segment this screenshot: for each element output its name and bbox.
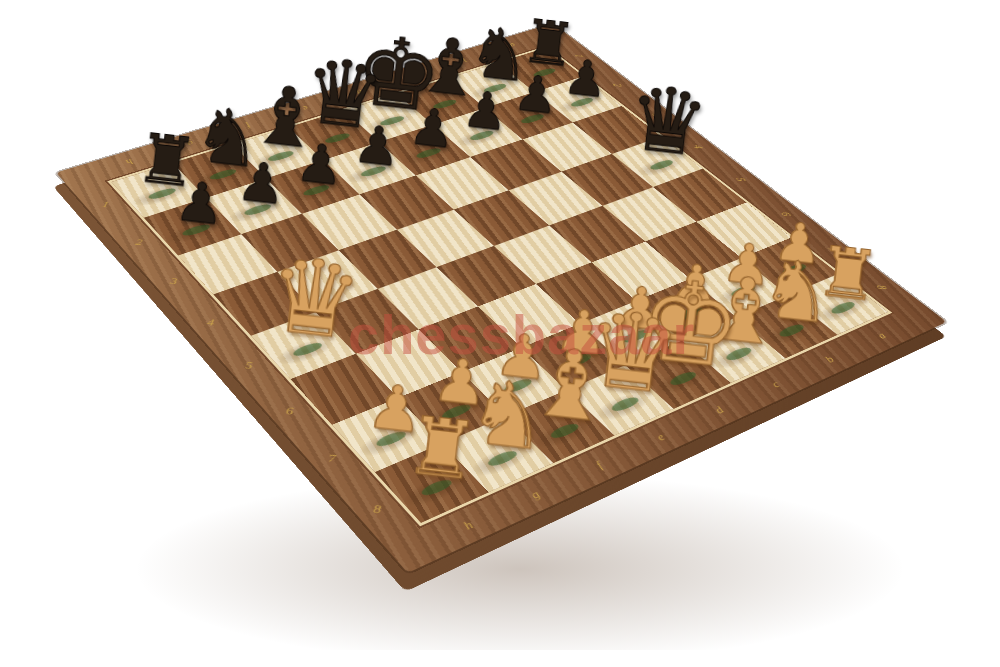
playing-area: ♜♞♝♛♚♝♞♜♟♟♟♟♟♟♟♟♛♛♟♟♟♟♟♟♟♟♜♞♝♛♚♝♞♜ <box>107 46 892 526</box>
black-pawn-h2: ♟ <box>172 174 227 234</box>
square-e4 <box>397 210 494 267</box>
black-pawn-d2: ♟ <box>406 101 457 157</box>
rank-label-1: 1 <box>87 184 123 227</box>
black-pawn-c2: ♟ <box>460 84 510 139</box>
chess-board: hgfedcba hgfedcba 12345678 12345678 ♜♞♝♛… <box>56 23 947 573</box>
rank-label-4: 4 <box>663 139 731 155</box>
black-pawn-b2: ♟ <box>512 68 561 122</box>
white-rook-h8: ♜ <box>402 405 482 492</box>
rank-label-1: 1 <box>547 49 611 62</box>
rank-label-2: 2 <box>584 78 649 92</box>
watermark: chessbazaar <box>348 302 695 367</box>
black-pawn-f2: ♟ <box>294 136 347 194</box>
rank-label-3: 3 <box>623 108 690 123</box>
black-pawn-g2: ♟ <box>234 154 288 213</box>
rank-label-5: 5 <box>706 171 776 188</box>
square-d5 <box>494 226 591 284</box>
rank-label-6: 6 <box>750 205 821 223</box>
black-pawn-e2: ♟ <box>351 118 403 175</box>
